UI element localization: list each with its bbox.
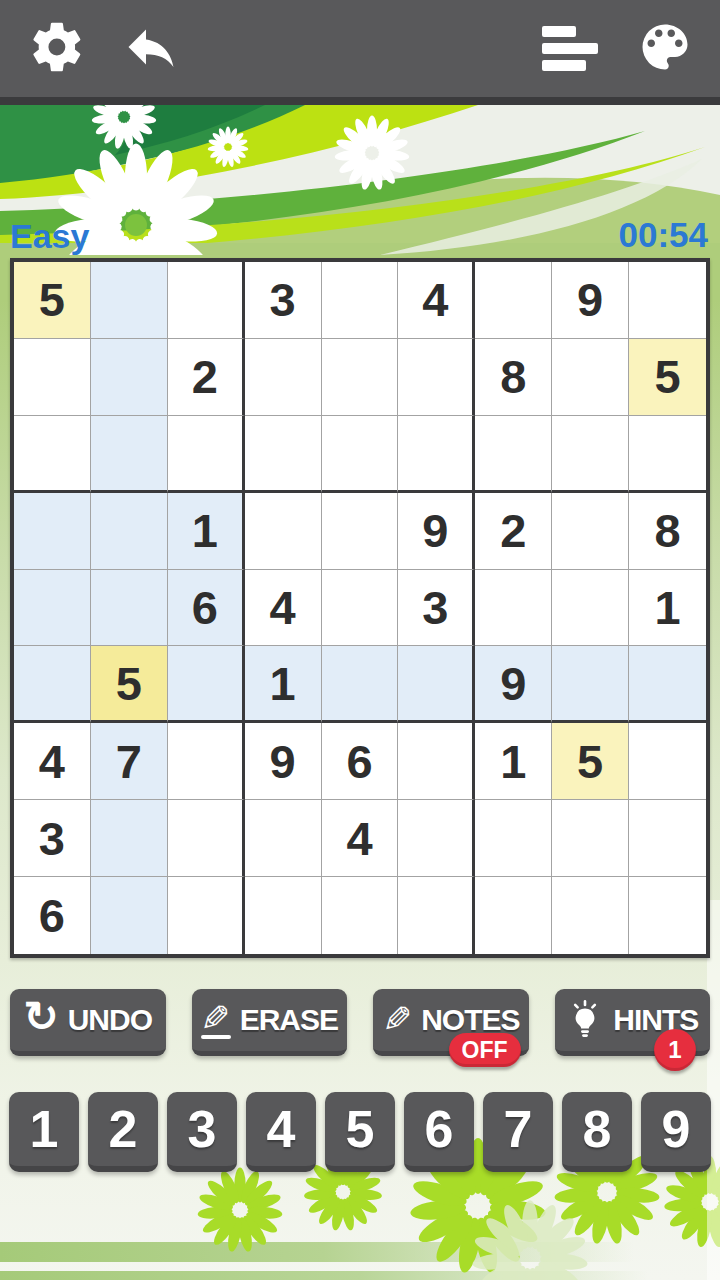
palette-icon: [635, 17, 695, 81]
back-button[interactable]: [120, 18, 182, 80]
cell-r9c7[interactable]: [475, 877, 552, 954]
cell-r1c5[interactable]: [322, 262, 399, 339]
cell-r2c1[interactable]: [14, 339, 91, 416]
cell-r5c4[interactable]: 4: [245, 570, 322, 647]
toolbar: [0, 0, 720, 97]
numpad-3[interactable]: 3: [167, 1092, 237, 1172]
undo-button[interactable]: ↻ UNDO: [10, 989, 166, 1056]
header-decoration: [0, 105, 720, 255]
sudoku-board: 534928519286431519479615346: [10, 258, 710, 958]
cell-r8c1[interactable]: 3: [14, 800, 91, 877]
numpad-5[interactable]: 5: [325, 1092, 395, 1172]
timer: 00:54: [618, 215, 708, 255]
cell-r9c5[interactable]: [322, 877, 399, 954]
levels-icon: [542, 26, 600, 71]
difficulty-label: Easy: [10, 217, 89, 256]
cell-r3c6[interactable]: [398, 416, 475, 493]
hints-count-badge: 1: [654, 1029, 696, 1071]
cell-r3c5[interactable]: [322, 416, 399, 493]
cell-r9c8[interactable]: [552, 877, 629, 954]
cell-r7c3[interactable]: [168, 723, 245, 800]
sudoku-app-screen: Easy 00:54 534928519286431519479615346 ↻…: [0, 0, 720, 1280]
gear-icon: [28, 18, 86, 80]
cell-r7c6[interactable]: [398, 723, 475, 800]
numpad-9[interactable]: 9: [641, 1092, 711, 1172]
cell-r7c8[interactable]: 5: [552, 723, 629, 800]
cell-r6c3[interactable]: [168, 646, 245, 723]
cell-r3c4[interactable]: [245, 416, 322, 493]
cell-r3c3[interactable]: [168, 416, 245, 493]
numpad-2[interactable]: 2: [88, 1092, 158, 1172]
cell-r2c4[interactable]: [245, 339, 322, 416]
cell-r7c1[interactable]: 4: [14, 723, 91, 800]
cell-r1c6[interactable]: 4: [398, 262, 475, 339]
cell-r5c5[interactable]: [322, 570, 399, 647]
cell-r5c8[interactable]: [552, 570, 629, 647]
numpad-7[interactable]: 7: [483, 1092, 553, 1172]
back-arrow-icon: [121, 17, 181, 81]
cell-r8c4[interactable]: [245, 800, 322, 877]
cell-r3c8[interactable]: [552, 416, 629, 493]
cell-r6c9[interactable]: [629, 646, 706, 723]
cell-r4c2[interactable]: [91, 493, 168, 570]
cell-r6c6[interactable]: [398, 646, 475, 723]
undo-label: UNDO: [68, 1003, 152, 1037]
numpad-6[interactable]: 6: [404, 1092, 474, 1172]
cell-r1c8[interactable]: 9: [552, 262, 629, 339]
cell-r4c9[interactable]: 8: [629, 493, 706, 570]
cell-r6c4[interactable]: 1: [245, 646, 322, 723]
cell-r7c9[interactable]: [629, 723, 706, 800]
cell-r2c2[interactable]: [91, 339, 168, 416]
cell-r6c7[interactable]: 9: [475, 646, 552, 723]
cell-r8c7[interactable]: [475, 800, 552, 877]
cell-r6c5[interactable]: [322, 646, 399, 723]
notes-off-badge: OFF: [449, 1033, 521, 1067]
cell-r6c8[interactable]: [552, 646, 629, 723]
cell-r5c2[interactable]: [91, 570, 168, 647]
numpad-8[interactable]: 8: [562, 1092, 632, 1172]
erase-icon: ✎: [200, 1001, 230, 1039]
cell-r5c3[interactable]: 6: [168, 570, 245, 647]
cell-r6c2[interactable]: 5: [91, 646, 168, 723]
cell-r8c5[interactable]: 4: [322, 800, 399, 877]
cell-r3c1[interactable]: [14, 416, 91, 493]
undo-icon: ↻: [23, 996, 58, 1038]
cell-r3c2[interactable]: [91, 416, 168, 493]
numpad: 123456789: [9, 1092, 711, 1172]
erase-label: ERASE: [240, 1003, 338, 1037]
cell-r4c3[interactable]: 1: [168, 493, 245, 570]
cell-r1c4[interactable]: 3: [245, 262, 322, 339]
cell-r8c2[interactable]: [91, 800, 168, 877]
cell-r2c9[interactable]: 5: [629, 339, 706, 416]
cell-r5c9[interactable]: 1: [629, 570, 706, 647]
cell-r4c4[interactable]: [245, 493, 322, 570]
cell-r7c5[interactable]: 6: [322, 723, 399, 800]
cell-r4c7[interactable]: 2: [475, 493, 552, 570]
cell-r1c1[interactable]: 5: [14, 262, 91, 339]
cell-r2c3[interactable]: 2: [168, 339, 245, 416]
notes-label: NOTES: [421, 1003, 519, 1037]
notes-icon: ✎: [382, 1002, 412, 1038]
erase-button[interactable]: ✎ ERASE: [192, 989, 348, 1056]
cell-r3c7[interactable]: [475, 416, 552, 493]
cell-r8c8[interactable]: [552, 800, 629, 877]
levels-button[interactable]: [540, 18, 602, 80]
theme-button[interactable]: [634, 18, 696, 80]
cell-r8c9[interactable]: [629, 800, 706, 877]
cell-r1c9[interactable]: [629, 262, 706, 339]
toolbar-shadow-strip: [0, 97, 720, 105]
cell-r6c1[interactable]: [14, 646, 91, 723]
numpad-1[interactable]: 1: [9, 1092, 79, 1172]
cell-r7c2[interactable]: 7: [91, 723, 168, 800]
cell-r4c5[interactable]: [322, 493, 399, 570]
cell-r5c1[interactable]: [14, 570, 91, 647]
cell-r5c7[interactable]: [475, 570, 552, 647]
hints-button[interactable]: HINTS 1: [555, 989, 711, 1056]
cell-r1c2[interactable]: [91, 262, 168, 339]
settings-button[interactable]: [26, 18, 88, 80]
hints-icon: [566, 1000, 604, 1040]
cell-r1c3[interactable]: [168, 262, 245, 339]
cell-r9c1[interactable]: 6: [14, 877, 91, 954]
cell-r9c3[interactable]: [168, 877, 245, 954]
cell-r7c7[interactable]: 1: [475, 723, 552, 800]
cell-r2c7[interactable]: 8: [475, 339, 552, 416]
notes-button[interactable]: ✎ NOTES OFF: [373, 989, 529, 1056]
cell-r8c6[interactable]: [398, 800, 475, 877]
cell-r5c6[interactable]: 3: [398, 570, 475, 647]
cell-r2c6[interactable]: [398, 339, 475, 416]
numpad-4[interactable]: 4: [246, 1092, 316, 1172]
cell-r7c4[interactable]: 9: [245, 723, 322, 800]
action-bar: ↻ UNDO ✎ ERASE ✎ NOTES OFF: [10, 989, 710, 1056]
cell-r9c6[interactable]: [398, 877, 475, 954]
cell-r8c3[interactable]: [168, 800, 245, 877]
cell-r2c5[interactable]: [322, 339, 399, 416]
cell-r1c7[interactable]: [475, 262, 552, 339]
cell-r9c4[interactable]: [245, 877, 322, 954]
cell-r9c2[interactable]: [91, 877, 168, 954]
cell-r4c1[interactable]: [14, 493, 91, 570]
cell-r4c8[interactable]: [552, 493, 629, 570]
cell-r3c9[interactable]: [629, 416, 706, 493]
cell-r9c9[interactable]: [629, 877, 706, 954]
cell-r2c8[interactable]: [552, 339, 629, 416]
cell-r4c6[interactable]: 9: [398, 493, 475, 570]
